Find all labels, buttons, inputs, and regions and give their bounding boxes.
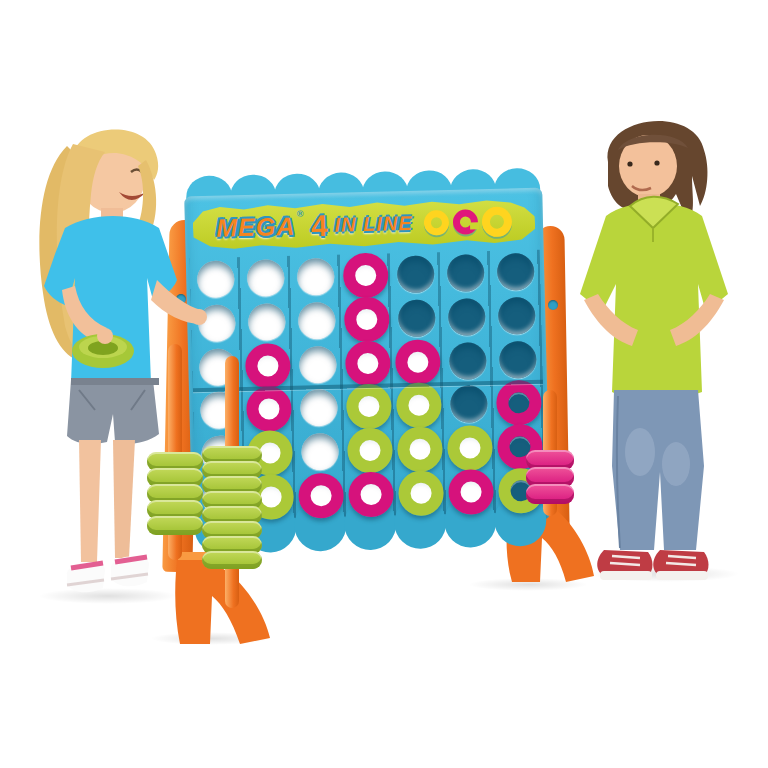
left-front-stack[interactable] — [202, 446, 262, 572]
hole — [449, 385, 487, 423]
pink-ring[interactable] — [343, 296, 389, 342]
girl-right-shoe — [111, 556, 149, 586]
cell-r2c3[interactable] — [291, 298, 342, 343]
cell-r4c4[interactable] — [343, 384, 394, 429]
brand-text: MEGA — [216, 212, 296, 243]
hole — [446, 254, 484, 292]
green-ring[interactable] — [396, 426, 442, 472]
cell-r3c7[interactable] — [492, 337, 543, 382]
cell-r2c6[interactable] — [441, 295, 492, 340]
registered-mark: ® — [297, 209, 304, 219]
cell-r1c2[interactable] — [240, 256, 291, 301]
girl-left-leg — [79, 440, 101, 562]
hole — [497, 297, 535, 335]
cell-r5c5[interactable] — [394, 427, 445, 472]
hole — [301, 433, 339, 471]
yellow-ring-icon — [481, 206, 512, 237]
pink-ring[interactable] — [244, 343, 290, 389]
hole — [396, 256, 434, 294]
cell-r2c2[interactable] — [241, 300, 292, 345]
cell-r3c2[interactable] — [242, 343, 293, 388]
title-text: IN LINE — [334, 212, 413, 237]
cell-r6c3[interactable] — [295, 473, 346, 518]
girl-right-leg — [113, 440, 135, 558]
cell-r1c7[interactable] — [490, 250, 541, 295]
green-ring[interactable] — [446, 425, 492, 471]
hole — [397, 299, 435, 337]
hole — [296, 258, 334, 296]
pink-ring[interactable] — [495, 380, 541, 426]
cell-r4c2[interactable] — [243, 387, 294, 432]
girl-left-shoe — [67, 562, 105, 592]
title-number: 4 — [310, 208, 328, 242]
pink-ring[interactable] — [344, 340, 390, 386]
cell-r1c5[interactable] — [390, 252, 441, 297]
cell-r4c3[interactable] — [293, 386, 344, 431]
pink-ring[interactable] — [342, 253, 388, 299]
pink-ring[interactable] — [348, 471, 394, 517]
girl-player — [15, 108, 207, 606]
hole — [498, 341, 536, 379]
green-ring[interactable] — [346, 427, 392, 473]
right-post-knob — [548, 300, 558, 310]
hole — [297, 302, 335, 340]
cell-r4c7[interactable] — [493, 381, 544, 426]
hole — [447, 298, 485, 336]
magenta-c-ring-icon — [452, 209, 478, 235]
hole — [298, 345, 336, 383]
cell-r5c3[interactable] — [294, 429, 345, 474]
cell-r1c4[interactable] — [340, 253, 391, 298]
cell-r6c4[interactable] — [345, 472, 396, 517]
green-ring[interactable] — [395, 383, 441, 429]
right-stack[interactable] — [526, 450, 574, 506]
cell-r3c4[interactable] — [342, 341, 393, 386]
cell-r3c6[interactable] — [442, 338, 493, 383]
green-ring[interactable] — [345, 384, 391, 430]
board-top-wave — [184, 168, 542, 177]
cell-r3c5[interactable] — [392, 339, 443, 384]
hole — [247, 303, 285, 341]
green-storage-ring[interactable] — [202, 551, 262, 569]
hole — [448, 342, 486, 380]
yellow-ring-icon — [423, 210, 449, 236]
boy-jeans — [612, 390, 704, 550]
cell-r4c5[interactable] — [393, 383, 444, 428]
cell-r5c6[interactable] — [444, 426, 495, 471]
cell-r2c7[interactable] — [491, 293, 542, 338]
girl-shorts — [67, 380, 159, 444]
cell-r5c4[interactable] — [344, 428, 395, 473]
pink-ring[interactable] — [298, 472, 344, 518]
cell-r4c6[interactable] — [443, 382, 494, 427]
cell-r6c5[interactable] — [395, 470, 446, 515]
scene: MEGA® 4 IN LINE — [0, 0, 768, 768]
title-banner: MEGA® 4 IN LINE — [192, 197, 535, 252]
pink-ring[interactable] — [447, 469, 493, 515]
pink-ring[interactable] — [245, 386, 291, 432]
cell-r6c6[interactable] — [445, 469, 496, 514]
cell-r2c5[interactable] — [391, 296, 442, 341]
hole — [496, 253, 534, 291]
hole — [300, 389, 338, 427]
cell-r2c4[interactable] — [341, 297, 392, 342]
logo-rings — [423, 206, 512, 238]
cell-r1c3[interactable] — [290, 255, 341, 300]
cell-r3c3[interactable] — [292, 342, 343, 387]
cell-r1c6[interactable] — [440, 251, 491, 296]
green-ring[interactable] — [398, 470, 444, 516]
pink-storage-ring[interactable] — [526, 484, 574, 504]
hole — [246, 259, 284, 297]
pink-ring[interactable] — [394, 339, 440, 385]
